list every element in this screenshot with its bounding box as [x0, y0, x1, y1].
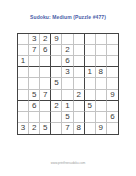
cell-r8c7[interactable]: [85, 112, 96, 123]
cell-r1c6[interactable]: [74, 34, 85, 45]
cell-r5c7[interactable]: [85, 78, 96, 89]
cell-r3c4[interactable]: [51, 56, 62, 67]
cell-r7c9[interactable]: [107, 101, 118, 112]
cell-r9c5[interactable]: 7: [62, 123, 73, 134]
footer-url: www.printfreesudoku.com: [0, 161, 136, 165]
cell-r7c7[interactable]: 5: [85, 101, 96, 112]
cell-r7c3[interactable]: [40, 101, 51, 112]
cell-r2c4[interactable]: [51, 45, 62, 56]
cell-r6c6[interactable]: 2: [74, 90, 85, 101]
cell-r5c5[interactable]: [62, 78, 73, 89]
cell-r5c2[interactable]: [29, 78, 40, 89]
cell-r1c3[interactable]: 2: [40, 34, 51, 45]
cell-r7c4[interactable]: 2: [51, 101, 62, 112]
cell-r6c3[interactable]: 7: [40, 90, 51, 101]
cell-r4c8[interactable]: 8: [96, 67, 107, 78]
cell-r2c5[interactable]: 2: [62, 45, 73, 56]
cell-r2c7[interactable]: [85, 45, 96, 56]
cell-r1c2[interactable]: 3: [29, 34, 40, 45]
cell-r3c7[interactable]: [85, 56, 96, 67]
cell-r3c5[interactable]: 6: [62, 56, 73, 67]
cell-r2c8[interactable]: [96, 45, 107, 56]
cell-r2c3[interactable]: 6: [40, 45, 51, 56]
cell-r4c5[interactable]: 3: [62, 67, 73, 78]
cell-r8c1[interactable]: [18, 112, 29, 123]
cell-r1c5[interactable]: [62, 34, 73, 45]
cell-r1c9[interactable]: [107, 34, 118, 45]
cell-r7c5[interactable]: 1: [62, 101, 73, 112]
cell-r9c9[interactable]: [107, 123, 118, 134]
cell-r7c2[interactable]: 6: [29, 101, 40, 112]
cell-r1c8[interactable]: [96, 34, 107, 45]
cell-r8c3[interactable]: [40, 112, 51, 123]
cell-r6c2[interactable]: 5: [29, 90, 40, 101]
cell-r7c6[interactable]: [74, 101, 85, 112]
cell-r6c8[interactable]: [96, 90, 107, 101]
cell-r6c4[interactable]: [51, 90, 62, 101]
sudoku-board: 3297621631855729621556325789: [17, 33, 119, 135]
cell-r1c7[interactable]: [85, 34, 96, 45]
cell-r5c4[interactable]: 5: [51, 78, 62, 89]
cell-r3c8[interactable]: [96, 56, 107, 67]
cell-r9c2[interactable]: 2: [29, 123, 40, 134]
cell-r9c4[interactable]: [51, 123, 62, 134]
cell-r7c1[interactable]: [18, 101, 29, 112]
cell-r8c2[interactable]: [29, 112, 40, 123]
cell-r3c6[interactable]: [74, 56, 85, 67]
cell-r3c3[interactable]: [40, 56, 51, 67]
cell-r9c1[interactable]: 3: [18, 123, 29, 134]
cell-r9c8[interactable]: 9: [96, 123, 107, 134]
cell-r9c3[interactable]: 5: [40, 123, 51, 134]
cell-r4c1[interactable]: [18, 67, 29, 78]
cell-r6c7[interactable]: [85, 90, 96, 101]
cell-r4c3[interactable]: [40, 67, 51, 78]
cell-r4c7[interactable]: 1: [85, 67, 96, 78]
cell-r9c7[interactable]: [85, 123, 96, 134]
cell-r3c9[interactable]: [107, 56, 118, 67]
cell-r6c1[interactable]: [18, 90, 29, 101]
cell-r8c4[interactable]: [51, 112, 62, 123]
cell-r5c8[interactable]: [96, 78, 107, 89]
cell-r3c1[interactable]: 1: [18, 56, 29, 67]
cell-r5c6[interactable]: [74, 78, 85, 89]
cell-r8c6[interactable]: [74, 112, 85, 123]
cell-r2c9[interactable]: [107, 45, 118, 56]
puzzle-title: Sudoku: Medium (Puzzle #477): [0, 14, 136, 20]
cell-r3c2[interactable]: [29, 56, 40, 67]
cell-r4c6[interactable]: [74, 67, 85, 78]
sudoku-sheet: { "game": "sudoku", "title": "Sudoku: Me…: [0, 0, 136, 176]
cell-r4c2[interactable]: [29, 67, 40, 78]
cell-r9c6[interactable]: 8: [74, 123, 85, 134]
cell-r2c6[interactable]: [74, 45, 85, 56]
cell-r8c8[interactable]: [96, 112, 107, 123]
cell-r6c9[interactable]: 9: [107, 90, 118, 101]
cell-r8c5[interactable]: 5: [62, 112, 73, 123]
cell-r8c9[interactable]: 6: [107, 112, 118, 123]
cell-r5c9[interactable]: [107, 78, 118, 89]
cell-r5c1[interactable]: [18, 78, 29, 89]
cell-r4c4[interactable]: [51, 67, 62, 78]
cell-r5c3[interactable]: [40, 78, 51, 89]
cell-r2c2[interactable]: 7: [29, 45, 40, 56]
cell-r1c4[interactable]: 9: [51, 34, 62, 45]
cell-r7c8[interactable]: [96, 101, 107, 112]
cell-r2c1[interactable]: [18, 45, 29, 56]
cell-r4c9[interactable]: [107, 67, 118, 78]
cell-r1c1[interactable]: [18, 34, 29, 45]
cell-r6c5[interactable]: [62, 90, 73, 101]
